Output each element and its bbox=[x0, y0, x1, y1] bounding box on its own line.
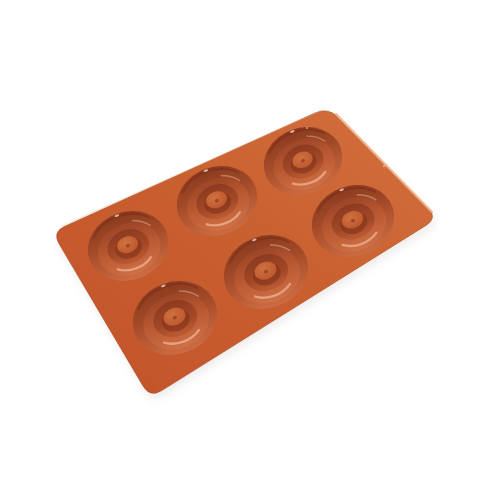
dust-speck-1 bbox=[230, 120, 232, 122]
dust-speck-2 bbox=[306, 127, 308, 129]
product-photo bbox=[0, 0, 492, 492]
dust-speck-4 bbox=[159, 174, 161, 176]
donut-mold-scene bbox=[0, 0, 492, 492]
dust-speck-3 bbox=[383, 165, 385, 167]
